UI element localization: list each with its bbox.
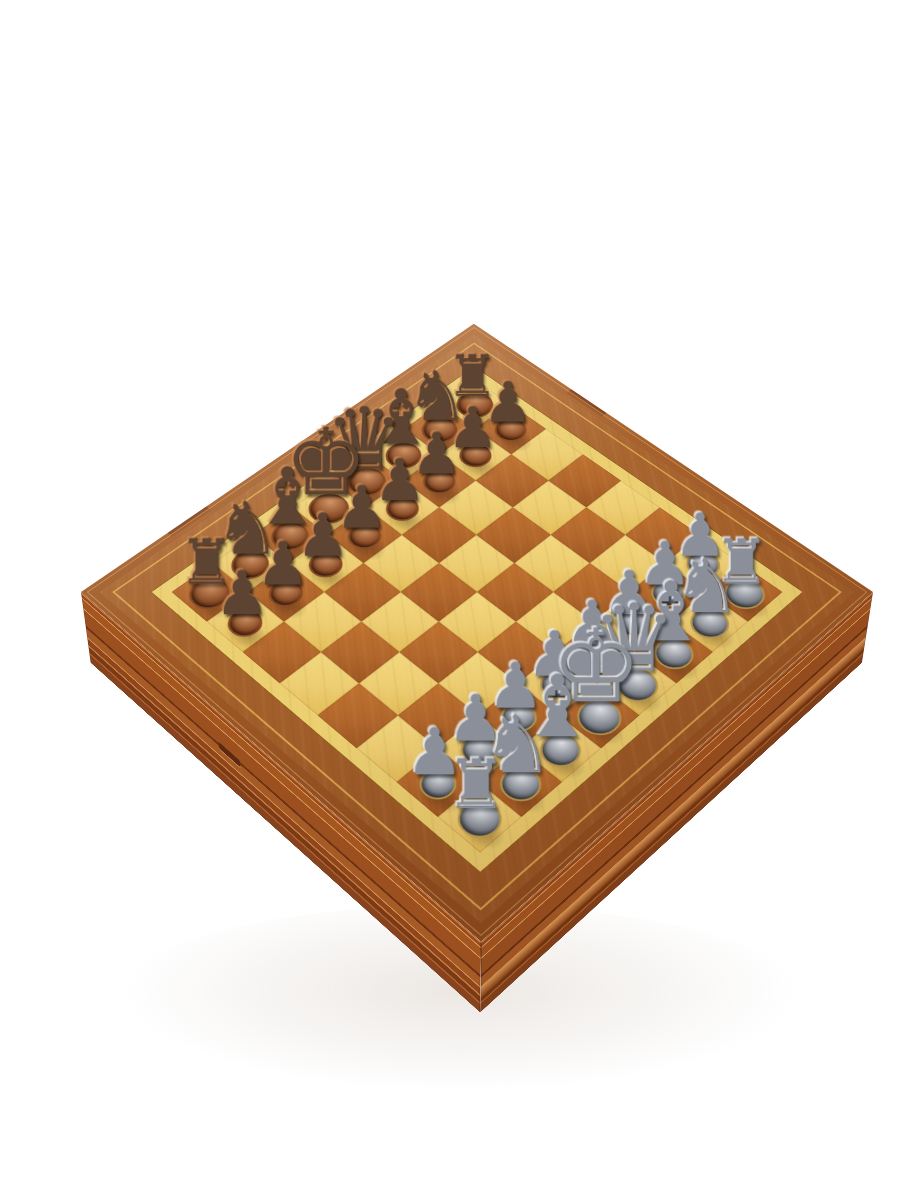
square-c5 xyxy=(476,507,550,563)
square-e8 xyxy=(292,481,366,535)
square-c6 xyxy=(439,481,513,535)
square-d5 xyxy=(439,535,514,592)
square-c8 xyxy=(368,429,440,481)
chess-box: ♜♞♝♛♚♝♞♜♟♟♟♟♟♟♟♟♟♟♟♟♟♟♟♟♜♞♝♛♚♝♞♜ xyxy=(81,324,873,942)
square-c7 xyxy=(403,454,476,507)
square-b7 xyxy=(439,429,511,481)
square-a8 xyxy=(440,379,510,428)
square-d7 xyxy=(366,481,440,535)
rook-glyph: ♜ xyxy=(411,751,543,819)
square-b6 xyxy=(476,454,549,507)
square-a4 xyxy=(586,481,660,535)
pawn-glyph: ♟ xyxy=(181,562,303,623)
square-a5 xyxy=(548,454,621,507)
square-b8 xyxy=(404,404,475,455)
square-b5 xyxy=(513,481,587,535)
square-d6 xyxy=(402,507,476,563)
scene: ♜♞♝♛♚♝♞♜♟♟♟♟♟♟♟♟♟♟♟♟♟♟♟♟♜♞♝♛♚♝♞♜ xyxy=(0,0,900,1200)
square-a7 xyxy=(475,404,546,455)
lid-finger-notch xyxy=(218,742,240,768)
square-d8 xyxy=(330,454,403,507)
square-e6 xyxy=(364,535,439,592)
square-a6 xyxy=(511,429,583,481)
